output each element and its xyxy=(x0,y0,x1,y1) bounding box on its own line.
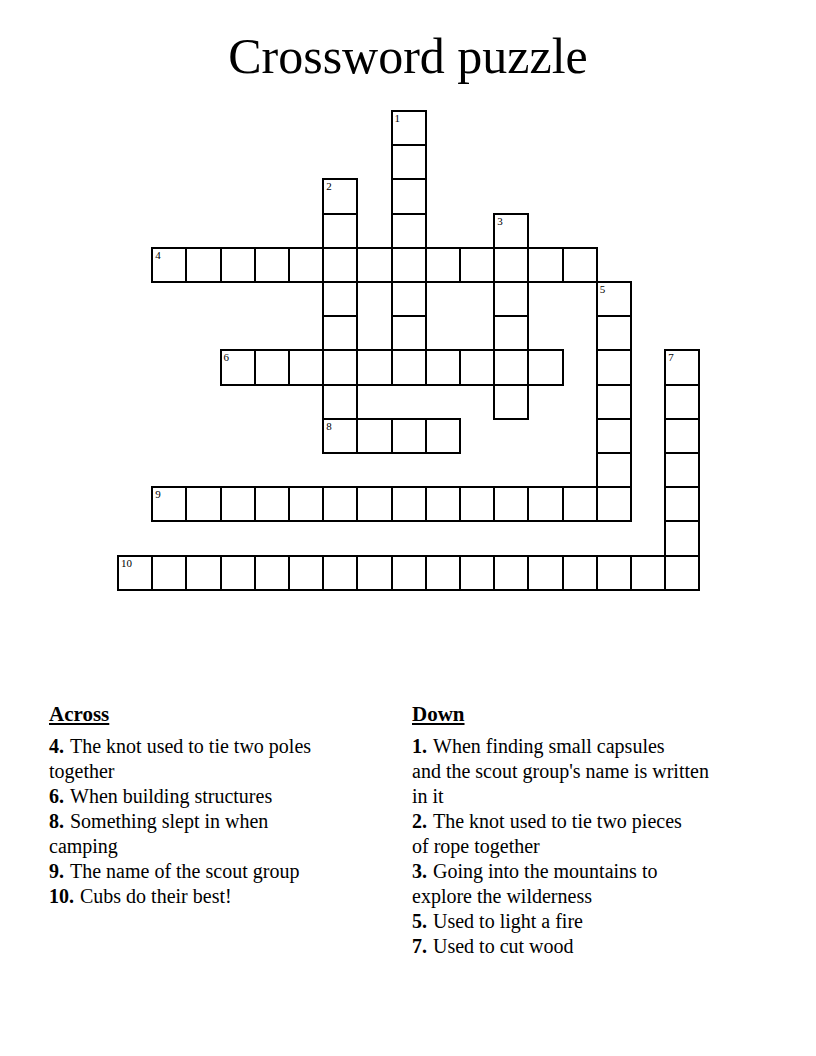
grid-cell[interactable] xyxy=(220,555,256,591)
clue-item: 3.Going into the mountains to explore th… xyxy=(412,859,786,909)
grid-cell[interactable] xyxy=(527,555,563,591)
clue-item-text: The name of the scout group xyxy=(70,860,299,882)
clue-item-number: 5. xyxy=(412,910,427,932)
clue-item-text: Cubs do their best! xyxy=(80,885,232,907)
down-clue-list: 1.When finding small capsules and the sc… xyxy=(412,734,786,959)
grid-cell[interactable] xyxy=(459,486,495,522)
grid-cell[interactable] xyxy=(596,452,632,488)
grid-cell[interactable] xyxy=(459,555,495,591)
grid-cell[interactable] xyxy=(391,315,427,351)
grid-cell[interactable] xyxy=(288,349,324,385)
clue-item-text: Going into the mountains to explore the … xyxy=(412,860,657,907)
clue-item-number: 1. xyxy=(412,735,427,757)
clue-item-number: 6. xyxy=(49,785,64,807)
grid-cell[interactable] xyxy=(493,555,529,591)
grid-cell[interactable] xyxy=(151,555,187,591)
grid-cell[interactable] xyxy=(356,247,392,283)
clue-item-text: When building structures xyxy=(70,785,272,807)
grid-cell[interactable] xyxy=(391,178,427,214)
grid-clue-number: 10 xyxy=(121,558,132,569)
grid-cell[interactable] xyxy=(596,486,632,522)
clue-item-number: 4. xyxy=(49,735,64,757)
grid-clue-number: 9 xyxy=(155,489,161,500)
grid-cell[interactable] xyxy=(391,486,427,522)
clue-item: 6.When building structures xyxy=(49,784,385,809)
clue-item: 1.When finding small capsules and the sc… xyxy=(412,734,786,809)
grid-cell[interactable] xyxy=(391,349,427,385)
grid-cell[interactable] xyxy=(356,349,392,385)
grid-clue-number: 1 xyxy=(395,113,401,124)
grid-clue-number: 8 xyxy=(326,421,332,432)
grid-cell[interactable] xyxy=(356,418,392,454)
grid-cell[interactable] xyxy=(391,247,427,283)
grid-clue-number: 7 xyxy=(668,352,674,363)
grid-cell[interactable] xyxy=(630,555,666,591)
grid-cell[interactable] xyxy=(322,349,358,385)
grid-cell[interactable] xyxy=(596,418,632,454)
clue-item: 4.The knot used to tie two poles togethe… xyxy=(49,734,385,784)
grid-cell[interactable] xyxy=(493,281,529,317)
grid-cell[interactable] xyxy=(185,247,221,283)
grid-clue-number: 2 xyxy=(326,181,332,192)
grid-cell[interactable] xyxy=(391,213,427,249)
clue-item: 8.Something slept in when camping xyxy=(49,809,385,859)
clue-item: 10.Cubs do their best! xyxy=(49,884,385,909)
grid-cell[interactable] xyxy=(527,247,563,283)
grid-cell[interactable] xyxy=(596,315,632,351)
clue-item-number: 10. xyxy=(49,885,74,907)
clue-item-text: When finding small capsules and the scou… xyxy=(412,735,709,807)
grid-cell[interactable] xyxy=(527,349,563,385)
grid-cell[interactable] xyxy=(288,486,324,522)
grid-cell[interactable] xyxy=(493,384,529,420)
across-clues-section: Across 4.The knot used to tie two poles … xyxy=(49,701,385,909)
page-title: Crossword puzzle xyxy=(0,30,816,82)
grid-clue-number: 6 xyxy=(224,352,230,363)
grid-cell[interactable] xyxy=(356,555,392,591)
clue-item-number: 7. xyxy=(412,935,427,957)
clue-item: 7.Used to cut wood xyxy=(412,934,786,959)
grid-cell[interactable] xyxy=(425,247,461,283)
grid-cell[interactable] xyxy=(596,555,632,591)
grid-cell[interactable] xyxy=(425,555,461,591)
grid-cell[interactable] xyxy=(664,384,700,420)
grid-cell[interactable] xyxy=(391,418,427,454)
grid-cell[interactable] xyxy=(664,418,700,454)
clue-item-text: Used to light a fire xyxy=(433,910,583,932)
grid-cell[interactable] xyxy=(562,486,598,522)
grid-clue-number: 4 xyxy=(155,250,161,261)
clue-item: 2.The knot used to tie two pieces of rop… xyxy=(412,809,786,859)
grid-cell[interactable] xyxy=(493,315,529,351)
grid-cell[interactable] xyxy=(493,486,529,522)
grid-cell[interactable] xyxy=(322,213,358,249)
grid-cell[interactable] xyxy=(664,452,700,488)
grid-clue-number: 3 xyxy=(497,216,503,227)
grid-cell[interactable] xyxy=(322,247,358,283)
grid-cell[interactable] xyxy=(459,349,495,385)
grid-cell[interactable] xyxy=(664,555,700,591)
clue-item-number: 8. xyxy=(49,810,64,832)
grid-cell[interactable] xyxy=(664,520,700,556)
grid-cell[interactable] xyxy=(254,555,290,591)
clue-item-text: The knot used to tie two poles together xyxy=(49,735,311,782)
grid-cell[interactable] xyxy=(322,384,358,420)
down-clues-section: Down 1.When finding small capsules and t… xyxy=(412,701,786,959)
clue-item: 5.Used to light a fire xyxy=(412,909,786,934)
grid-cell[interactable] xyxy=(425,349,461,385)
grid-cell[interactable] xyxy=(527,486,563,522)
grid-cell[interactable] xyxy=(185,486,221,522)
grid-cell[interactable] xyxy=(596,384,632,420)
down-header: Down xyxy=(412,701,786,727)
clue-item-text: Something slept in when camping xyxy=(49,810,268,857)
clue-item-number: 2. xyxy=(412,810,427,832)
grid-clue-number: 5 xyxy=(600,284,606,295)
grid-cell[interactable] xyxy=(254,349,290,385)
grid-cell[interactable] xyxy=(596,349,632,385)
grid-cell[interactable] xyxy=(459,247,495,283)
across-clue-list: 4.The knot used to tie two poles togethe… xyxy=(49,734,385,909)
grid-cell[interactable] xyxy=(288,247,324,283)
grid-cell[interactable] xyxy=(493,349,529,385)
grid-cell[interactable] xyxy=(185,555,221,591)
clue-item-text: The knot used to tie two pieces of rope … xyxy=(412,810,682,857)
grid-cell[interactable] xyxy=(562,247,598,283)
clue-item: 9.The name of the scout group xyxy=(49,859,385,884)
grid-cell[interactable] xyxy=(220,486,256,522)
clue-item-text: Used to cut wood xyxy=(433,935,574,957)
grid-cell[interactable] xyxy=(356,486,392,522)
clue-item-number: 9. xyxy=(49,860,64,882)
grid-cell[interactable] xyxy=(322,486,358,522)
grid-cell[interactable] xyxy=(254,247,290,283)
grid-cell[interactable] xyxy=(493,247,529,283)
grid-cell[interactable] xyxy=(322,555,358,591)
grid-cell[interactable] xyxy=(391,555,427,591)
grid-cell[interactable] xyxy=(288,555,324,591)
grid-cell[interactable] xyxy=(322,281,358,317)
grid-cell[interactable] xyxy=(425,486,461,522)
grid-cell[interactable] xyxy=(220,247,256,283)
grid-cell[interactable] xyxy=(425,418,461,454)
page: Crossword puzzle 12345678910 Across 4.Th… xyxy=(0,0,816,1056)
grid-cell[interactable] xyxy=(322,315,358,351)
grid-cell[interactable] xyxy=(391,281,427,317)
clue-item-number: 3. xyxy=(412,860,427,882)
grid-cell[interactable] xyxy=(391,144,427,180)
across-header: Across xyxy=(49,701,385,727)
grid-cell[interactable] xyxy=(254,486,290,522)
grid-cell[interactable] xyxy=(562,555,598,591)
grid-cell[interactable] xyxy=(664,486,700,522)
